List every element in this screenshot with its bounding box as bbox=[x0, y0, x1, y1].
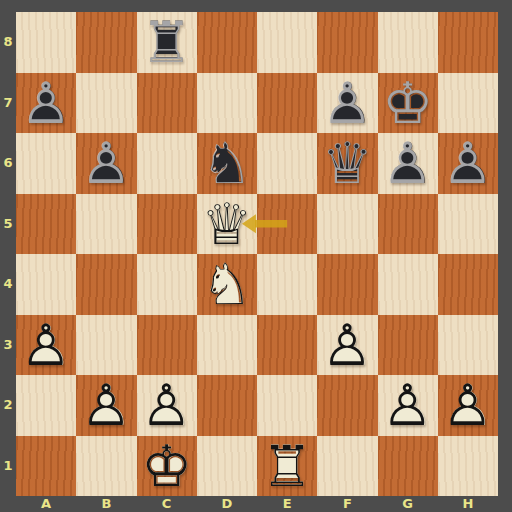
chess-app-window: ♜♖♟♙♟♙♚♔♟♙♞♘♛♕♟♙♟♙♛♕♞♘♟♙♟♙♟♙♟♙♟♙♟♙♚♔♜♖ 8… bbox=[0, 0, 512, 512]
square-f5[interactable] bbox=[317, 194, 377, 255]
rank-label-1: 1 bbox=[0, 436, 16, 497]
black-queen-outline: ♕ bbox=[317, 133, 377, 194]
black-pawn-outline: ♙ bbox=[16, 73, 76, 134]
white-king[interactable]: ♚♔ bbox=[137, 436, 197, 497]
square-e4[interactable] bbox=[257, 254, 317, 315]
square-a8[interactable] bbox=[16, 12, 76, 73]
square-d2[interactable] bbox=[197, 375, 257, 436]
rank-label-8: 8 bbox=[0, 12, 16, 73]
square-b7[interactable] bbox=[76, 73, 136, 134]
square-f1[interactable] bbox=[317, 436, 377, 497]
square-h8[interactable] bbox=[438, 12, 498, 73]
square-f3[interactable]: ♟♙ bbox=[317, 315, 377, 376]
square-g7[interactable]: ♚♔ bbox=[378, 73, 438, 134]
white-pawn-outline: ♙ bbox=[16, 315, 76, 376]
chess-board: ♜♖♟♙♟♙♚♔♟♙♞♘♛♕♟♙♟♙♛♕♞♘♟♙♟♙♟♙♟♙♟♙♟♙♚♔♜♖ bbox=[16, 12, 498, 496]
rank-label-7: 7 bbox=[0, 73, 16, 134]
black-pawn-outline: ♙ bbox=[438, 133, 498, 194]
square-h4[interactable] bbox=[438, 254, 498, 315]
square-c8[interactable]: ♜♖ bbox=[137, 12, 197, 73]
file-label-f: F bbox=[317, 496, 377, 512]
black-pawn-outline: ♙ bbox=[317, 73, 377, 134]
square-b6[interactable]: ♟♙ bbox=[76, 133, 136, 194]
rank-label-6: 6 bbox=[0, 133, 16, 194]
square-c1[interactable]: ♚♔ bbox=[137, 436, 197, 497]
white-pawn[interactable]: ♟♙ bbox=[76, 375, 136, 436]
black-knight[interactable]: ♞♘ bbox=[197, 133, 257, 194]
black-pawn[interactable]: ♟♙ bbox=[317, 73, 377, 134]
square-f6[interactable]: ♛♕ bbox=[317, 133, 377, 194]
square-d4[interactable]: ♞♘ bbox=[197, 254, 257, 315]
rank-label-4: 4 bbox=[0, 254, 16, 315]
black-rook[interactable]: ♜♖ bbox=[137, 12, 197, 73]
rank-label-3: 3 bbox=[0, 315, 16, 376]
square-c5[interactable] bbox=[137, 194, 197, 255]
white-pawn-outline: ♙ bbox=[137, 375, 197, 436]
file-label-b: B bbox=[76, 496, 136, 512]
square-g2[interactable]: ♟♙ bbox=[378, 375, 438, 436]
square-g5[interactable] bbox=[378, 194, 438, 255]
square-d8[interactable] bbox=[197, 12, 257, 73]
square-d6[interactable]: ♞♘ bbox=[197, 133, 257, 194]
square-a6[interactable] bbox=[16, 133, 76, 194]
square-e1[interactable]: ♜♖ bbox=[257, 436, 317, 497]
white-rook[interactable]: ♜♖ bbox=[257, 436, 317, 497]
white-pawn-outline: ♙ bbox=[438, 375, 498, 436]
square-e6[interactable] bbox=[257, 133, 317, 194]
square-d7[interactable] bbox=[197, 73, 257, 134]
square-h2[interactable]: ♟♙ bbox=[438, 375, 498, 436]
square-e7[interactable] bbox=[257, 73, 317, 134]
square-c3[interactable] bbox=[137, 315, 197, 376]
white-pawn-outline: ♙ bbox=[76, 375, 136, 436]
white-pawn[interactable]: ♟♙ bbox=[378, 375, 438, 436]
square-e2[interactable] bbox=[257, 375, 317, 436]
square-g6[interactable]: ♟♙ bbox=[378, 133, 438, 194]
black-pawn[interactable]: ♟♙ bbox=[438, 133, 498, 194]
square-a1[interactable] bbox=[16, 436, 76, 497]
square-b3[interactable] bbox=[76, 315, 136, 376]
square-a2[interactable] bbox=[16, 375, 76, 436]
white-pawn[interactable]: ♟♙ bbox=[317, 315, 377, 376]
file-label-c: C bbox=[137, 496, 197, 512]
black-pawn-outline: ♙ bbox=[76, 133, 136, 194]
white-pawn-outline: ♙ bbox=[317, 315, 377, 376]
black-queen[interactable]: ♛♕ bbox=[317, 133, 377, 194]
white-queen-outline: ♕ bbox=[197, 194, 257, 255]
square-f4[interactable] bbox=[317, 254, 377, 315]
white-pawn[interactable]: ♟♙ bbox=[438, 375, 498, 436]
rank-label-2: 2 bbox=[0, 375, 16, 436]
black-king-outline: ♔ bbox=[378, 73, 438, 134]
white-pawn[interactable]: ♟♙ bbox=[137, 375, 197, 436]
file-label-d: D bbox=[197, 496, 257, 512]
square-g4[interactable] bbox=[378, 254, 438, 315]
black-pawn[interactable]: ♟♙ bbox=[16, 73, 76, 134]
square-c7[interactable] bbox=[137, 73, 197, 134]
black-pawn[interactable]: ♟♙ bbox=[378, 133, 438, 194]
file-label-g: G bbox=[378, 496, 438, 512]
square-b5[interactable] bbox=[76, 194, 136, 255]
square-g8[interactable] bbox=[378, 12, 438, 73]
black-knight-outline: ♘ bbox=[197, 133, 257, 194]
square-d1[interactable] bbox=[197, 436, 257, 497]
square-g3[interactable] bbox=[378, 315, 438, 376]
white-rook-outline: ♖ bbox=[257, 436, 317, 497]
file-label-h: H bbox=[438, 496, 498, 512]
white-king-outline: ♔ bbox=[137, 436, 197, 497]
square-b4[interactable] bbox=[76, 254, 136, 315]
square-g1[interactable] bbox=[378, 436, 438, 497]
white-queen[interactable]: ♛♕ bbox=[197, 194, 257, 255]
square-h7[interactable] bbox=[438, 73, 498, 134]
square-b2[interactable]: ♟♙ bbox=[76, 375, 136, 436]
white-pawn[interactable]: ♟♙ bbox=[16, 315, 76, 376]
square-f2[interactable] bbox=[317, 375, 377, 436]
square-h5[interactable] bbox=[438, 194, 498, 255]
square-e8[interactable] bbox=[257, 12, 317, 73]
square-b1[interactable] bbox=[76, 436, 136, 497]
square-h6[interactable]: ♟♙ bbox=[438, 133, 498, 194]
square-h1[interactable] bbox=[438, 436, 498, 497]
black-pawn-outline: ♙ bbox=[378, 133, 438, 194]
white-pawn-outline: ♙ bbox=[378, 375, 438, 436]
square-a3[interactable]: ♟♙ bbox=[16, 315, 76, 376]
square-e5[interactable] bbox=[257, 194, 317, 255]
square-d3[interactable] bbox=[197, 315, 257, 376]
square-a7[interactable]: ♟♙ bbox=[16, 73, 76, 134]
square-c2[interactable]: ♟♙ bbox=[137, 375, 197, 436]
square-f7[interactable]: ♟♙ bbox=[317, 73, 377, 134]
file-label-a: A bbox=[16, 496, 76, 512]
square-b8[interactable] bbox=[76, 12, 136, 73]
square-c6[interactable] bbox=[137, 133, 197, 194]
black-king[interactable]: ♚♔ bbox=[378, 73, 438, 134]
square-a5[interactable] bbox=[16, 194, 76, 255]
square-f8[interactable] bbox=[317, 12, 377, 73]
square-h3[interactable] bbox=[438, 315, 498, 376]
file-label-e: E bbox=[257, 496, 317, 512]
white-knight-outline: ♘ bbox=[197, 254, 257, 315]
black-pawn[interactable]: ♟♙ bbox=[76, 133, 136, 194]
square-a4[interactable] bbox=[16, 254, 76, 315]
square-d5[interactable]: ♛♕ bbox=[197, 194, 257, 255]
square-c4[interactable] bbox=[137, 254, 197, 315]
black-rook-outline: ♖ bbox=[137, 12, 197, 73]
white-knight[interactable]: ♞♘ bbox=[197, 254, 257, 315]
square-e3[interactable] bbox=[257, 315, 317, 376]
rank-label-5: 5 bbox=[0, 194, 16, 255]
